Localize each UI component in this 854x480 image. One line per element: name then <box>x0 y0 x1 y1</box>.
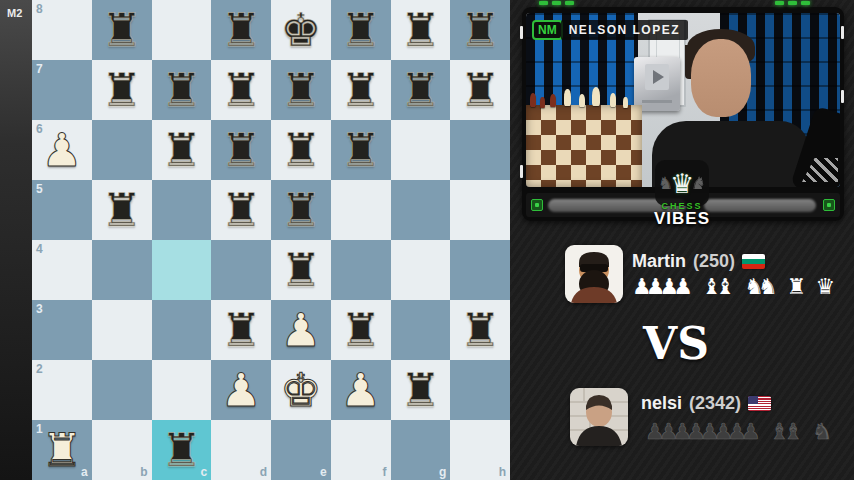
square-c4[interactable] <box>152 240 212 300</box>
player-top-rating: (250) <box>693 251 735 272</box>
square-c6[interactable]: ♜ <box>152 120 212 180</box>
square-b3[interactable] <box>92 300 152 360</box>
usa-flag <box>748 396 771 411</box>
chessvibes-logo: ♞ ♛ ♞ CHESS VIBES <box>648 160 716 229</box>
file-label-f: f <box>383 466 387 478</box>
square-f6[interactable]: ♜ <box>331 120 391 180</box>
frame-tick <box>520 165 523 178</box>
square-d7[interactable]: ♜ <box>211 60 271 120</box>
captured-knight-x1: ♞ <box>812 419 832 445</box>
captured-bishop-x2: ♝♝ <box>702 274 735 300</box>
square-e5[interactable]: ♜ <box>271 180 331 240</box>
square-c7[interactable]: ♜ <box>152 60 212 120</box>
piece-wP-d2[interactable]: ♟ <box>221 360 262 420</box>
rank-label-5: 5 <box>36 183 43 195</box>
square-h5[interactable] <box>450 180 510 240</box>
square-b7[interactable]: ♜ <box>92 60 152 120</box>
square-g3[interactable] <box>391 300 451 360</box>
piece-bR-e6[interactable]: ♜ <box>280 120 321 180</box>
captured-pieces-top: ♟♟♟♟♝♝♞♞♜♛ <box>632 274 835 300</box>
piece-bR-c7[interactable]: ♜ <box>161 60 202 120</box>
square-h7[interactable]: ♜ <box>450 60 510 120</box>
piece-bR-f6[interactable]: ♜ <box>340 120 381 180</box>
file-label-e: e <box>320 466 327 478</box>
piece-bR-h8[interactable]: ♜ <box>460 0 501 60</box>
square-b5[interactable]: ♜ <box>92 180 152 240</box>
square-a6[interactable]: 6♟ <box>32 120 92 180</box>
captured-knight-x2: ♞♞ <box>744 274 777 300</box>
square-h4[interactable] <box>450 240 510 300</box>
streamer-name: NELSON LOPEZ <box>561 20 688 40</box>
square-d5[interactable]: ♜ <box>211 180 271 240</box>
square-a4[interactable]: 4 <box>32 240 92 300</box>
square-h1[interactable]: h <box>450 420 510 480</box>
piece-wR-a1[interactable]: ♜ <box>41 420 82 480</box>
square-g7[interactable]: ♜ <box>391 60 451 120</box>
name-badge: NM NELSON LOPEZ <box>532 20 688 40</box>
square-d8[interactable]: ♜ <box>211 0 271 60</box>
streamer-face <box>691 39 751 117</box>
square-b8[interactable]: ♜ <box>92 0 152 60</box>
captured-pawn-x8: ♟♟♟♟♟♟♟♟ <box>645 419 761 445</box>
file-label-h: h <box>499 466 506 478</box>
square-b1[interactable]: b <box>92 420 152 480</box>
bulgaria-flag <box>742 254 765 269</box>
meter-dashes-right <box>775 1 810 5</box>
piece-wK-e2[interactable]: ♚ <box>280 360 321 420</box>
square-e6[interactable]: ♜ <box>271 120 331 180</box>
square-e7[interactable]: ♜ <box>271 60 331 120</box>
square-f7[interactable]: ♜ <box>331 60 391 120</box>
scene-label: M2 <box>7 7 22 19</box>
rank-label-3: 3 <box>36 303 43 315</box>
avatar-nelsi <box>570 388 628 446</box>
square-c8[interactable] <box>152 0 212 60</box>
square-d4[interactable] <box>211 240 271 300</box>
piece-bR-d3[interactable]: ♜ <box>221 300 262 360</box>
frame-tick <box>520 26 523 39</box>
square-e1[interactable]: e <box>271 420 331 480</box>
player-bottom-name-row: nelsi (2342) <box>641 393 771 414</box>
play-icon <box>653 70 664 84</box>
square-g6[interactable] <box>391 120 451 180</box>
square-c3[interactable] <box>152 300 212 360</box>
file-label-c: c <box>201 466 208 478</box>
meter-dashes-left <box>539 1 574 5</box>
piece-bR-h3[interactable]: ♜ <box>460 300 501 360</box>
square-b4[interactable] <box>92 240 152 300</box>
green-icon-left <box>531 199 543 211</box>
piece-bR-d6[interactable]: ♜ <box>221 120 262 180</box>
rank-label-1: 1 <box>36 423 43 435</box>
piece-bR-f7[interactable]: ♜ <box>340 60 381 120</box>
piece-bR-f3[interactable]: ♜ <box>340 300 381 360</box>
player-top-name-row: Martin (250) <box>632 251 765 272</box>
physical-chessboard <box>526 105 642 187</box>
piece-bR-b5[interactable]: ♜ <box>101 180 142 240</box>
file-label-g: g <box>439 466 446 478</box>
square-h2[interactable] <box>450 360 510 420</box>
green-icon-right <box>823 199 835 211</box>
player-bottom-name: nelsi <box>641 393 682 414</box>
square-e2[interactable]: ♚ <box>271 360 331 420</box>
file-label-a: a <box>81 466 88 478</box>
square-a5[interactable]: 5 <box>32 180 92 240</box>
piece-bR-e4[interactable]: ♜ <box>280 240 321 300</box>
square-b6[interactable] <box>92 120 152 180</box>
piece-bR-e7[interactable]: ♜ <box>280 60 321 120</box>
square-g1[interactable]: g <box>391 420 451 480</box>
square-h3[interactable]: ♜ <box>450 300 510 360</box>
square-f5[interactable] <box>331 180 391 240</box>
rank-label-7: 7 <box>36 63 43 75</box>
frame-tick <box>841 26 844 39</box>
piece-bR-f8[interactable]: ♜ <box>340 0 381 60</box>
file-label-d: d <box>260 466 267 478</box>
square-d3[interactable]: ♜ <box>211 300 271 360</box>
square-c5[interactable] <box>152 180 212 240</box>
piece-bR-b7[interactable]: ♜ <box>101 60 142 120</box>
rank-label-4: 4 <box>36 243 43 255</box>
captured-bishop-x2: ♝♝ <box>770 419 803 445</box>
piece-bR-e5[interactable]: ♜ <box>280 180 321 240</box>
youtube-play-button-plaque <box>634 57 680 111</box>
square-f4[interactable] <box>331 240 391 300</box>
rank-label-2: 2 <box>36 363 43 375</box>
square-c2[interactable] <box>152 360 212 420</box>
rank-label-6: 6 <box>36 123 43 135</box>
square-g8[interactable]: ♜ <box>391 0 451 60</box>
piece-bR-g7[interactable]: ♜ <box>400 60 441 120</box>
player-bottom-rating: (2342) <box>689 393 741 414</box>
captured-rook-x1: ♜ <box>787 274 807 300</box>
square-f8[interactable]: ♜ <box>331 0 391 60</box>
avatar-martin <box>565 245 623 303</box>
piece-bR-d5[interactable]: ♜ <box>221 180 262 240</box>
piece-bR-d7[interactable]: ♜ <box>221 60 262 120</box>
square-a8[interactable]: 8 <box>32 0 92 60</box>
piece-bR-b8[interactable]: ♜ <box>101 0 142 60</box>
piece-bR-d8[interactable]: ♜ <box>221 0 262 60</box>
square-a2[interactable]: 2 <box>32 360 92 420</box>
square-e4[interactable]: ♜ <box>271 240 331 300</box>
square-d1[interactable]: d <box>211 420 271 480</box>
square-f2[interactable]: ♟ <box>331 360 391 420</box>
piece-wP-a6[interactable]: ♟ <box>41 120 82 180</box>
square-a3[interactable]: 3 <box>32 300 92 360</box>
square-h6[interactable] <box>450 120 510 180</box>
captured-queen-x1: ♛ <box>816 274 836 300</box>
logo-knight-right-icon: ♞ <box>691 175 706 192</box>
square-d2[interactable]: ♟ <box>211 360 271 420</box>
square-g5[interactable] <box>391 180 451 240</box>
captured-pawn-x4: ♟♟♟♟ <box>632 274 693 300</box>
square-g4[interactable] <box>391 240 451 300</box>
vs-label: VS <box>630 318 722 369</box>
piece-bR-g8[interactable]: ♜ <box>400 0 441 60</box>
square-g2[interactable]: ♜ <box>391 360 451 420</box>
piece-wP-e3[interactable]: ♟ <box>280 300 321 360</box>
piece-bK-e8[interactable]: ♚ <box>280 0 321 60</box>
square-e8[interactable]: ♚ <box>271 0 331 60</box>
left-strip: M2 <box>0 0 32 480</box>
square-e3[interactable]: ♟ <box>271 300 331 360</box>
rank-label-8: 8 <box>36 3 43 15</box>
piece-bR-g2[interactable]: ♜ <box>400 360 441 420</box>
captured-pieces-bottom: ♟♟♟♟♟♟♟♟♝♝♞ <box>645 419 832 445</box>
chess-board[interactable]: 8♜♜♚♜♜♜7♜♜♜♜♜♜♜6♟♜♜♜♜5♜♜♜4♜3♜♟♜♜2♟♚♟♜1a♜… <box>32 0 510 480</box>
square-f1[interactable]: f <box>331 420 391 480</box>
logo-text-vibes: VIBES <box>648 209 716 229</box>
piece-wP-f2[interactable]: ♟ <box>340 360 381 420</box>
square-b2[interactable] <box>92 360 152 420</box>
blurred-label-right <box>704 199 816 212</box>
stream-frame: M2 8♜♜♚♜♜♜7♜♜♜♜♜♜♜6♟♜♜♜♜5♜♜♜4♜3♜♟♜♜2♟♚♟♜… <box>0 0 854 480</box>
piece-bR-c1[interactable]: ♜ <box>161 420 202 480</box>
file-label-b: b <box>140 466 147 478</box>
square-h8[interactable]: ♜ <box>450 0 510 60</box>
player-top-name: Martin <box>632 251 686 272</box>
frame-tick <box>841 90 844 103</box>
square-c1[interactable]: c♜ <box>152 420 212 480</box>
square-d6[interactable]: ♜ <box>211 120 271 180</box>
square-a7[interactable]: 7 <box>32 60 92 120</box>
square-a1[interactable]: 1a♜ <box>32 420 92 480</box>
title-badge: NM <box>532 20 563 40</box>
square-f3[interactable]: ♜ <box>331 300 391 360</box>
piece-bR-c6[interactable]: ♜ <box>161 120 202 180</box>
piece-bR-h7[interactable]: ♜ <box>460 60 501 120</box>
